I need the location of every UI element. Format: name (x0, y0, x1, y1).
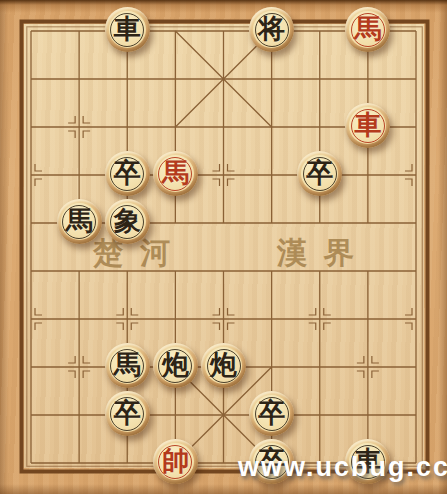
piece-red-horse[interactable]: 馬 (345, 7, 390, 52)
river-label-han-jie: 漢界 (277, 234, 371, 272)
piece-glyph: 帥 (153, 439, 198, 484)
piece-black-pawn[interactable]: 卒 (297, 151, 342, 196)
piece-red-general[interactable]: 帥 (153, 439, 198, 484)
piece-glyph: 卒 (105, 151, 150, 196)
watermark: www.ucbug.cc (238, 452, 447, 483)
piece-glyph: 車 (105, 7, 150, 52)
piece-black-elephant[interactable]: 象 (105, 199, 150, 244)
piece-glyph: 馬 (105, 343, 150, 388)
xiangqi-game-screen: 楚河 漢界 車将馬車卒馬卒馬象馬炮炮卒卒帥卒車 www.ucbug.cc (0, 0, 447, 494)
piece-black-cannon[interactable]: 炮 (153, 343, 198, 388)
piece-black-cannon[interactable]: 炮 (201, 343, 246, 388)
board-grid[interactable] (0, 0, 447, 494)
piece-glyph: 卒 (297, 151, 342, 196)
piece-black-general[interactable]: 将 (249, 7, 294, 52)
piece-glyph: 卒 (249, 391, 294, 436)
piece-glyph: 馬 (153, 151, 198, 196)
piece-red-chariot[interactable]: 車 (345, 103, 390, 148)
piece-glyph: 将 (249, 7, 294, 52)
piece-glyph: 炮 (201, 343, 246, 388)
piece-black-chariot[interactable]: 車 (105, 7, 150, 52)
piece-glyph: 車 (345, 103, 390, 148)
piece-black-horse[interactable]: 馬 (57, 199, 102, 244)
piece-glyph: 卒 (105, 391, 150, 436)
piece-glyph: 馬 (57, 199, 102, 244)
piece-black-horse[interactable]: 馬 (105, 343, 150, 388)
piece-black-pawn[interactable]: 卒 (105, 391, 150, 436)
piece-black-pawn[interactable]: 卒 (249, 391, 294, 436)
piece-black-pawn[interactable]: 卒 (105, 151, 150, 196)
piece-glyph: 馬 (345, 7, 390, 52)
piece-red-horse[interactable]: 馬 (153, 151, 198, 196)
piece-glyph: 象 (105, 199, 150, 244)
piece-glyph: 炮 (153, 343, 198, 388)
